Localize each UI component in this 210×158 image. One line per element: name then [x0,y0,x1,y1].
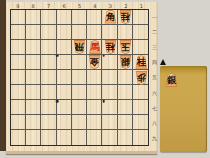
board-cell[interactable] [118,130,133,145]
board-cell[interactable] [26,70,41,85]
rank-label: 一 [151,9,158,24]
hoshi-dot-icon [56,54,59,57]
board-cell[interactable] [87,100,102,115]
board-cell[interactable] [133,85,148,100]
board-cell[interactable] [87,10,102,25]
board-cell[interactable] [72,100,87,115]
board-cell[interactable] [72,115,87,130]
board-cell[interactable] [41,25,56,40]
board-cell[interactable] [26,115,41,130]
board-cell[interactable] [26,130,41,145]
rank-labels: 一二三四五六七八九 [151,9,158,146]
board-cell[interactable] [72,70,87,85]
hoshi-dot-icon [102,100,105,103]
board-cell[interactable] [41,100,56,115]
board-cell[interactable] [133,130,148,145]
board-cell[interactable] [26,85,41,100]
board-cell[interactable] [87,130,102,145]
board-cell[interactable] [133,25,148,40]
board-cell[interactable] [41,10,56,25]
board-cell[interactable] [26,40,41,55]
board-cell[interactable] [72,85,87,100]
rank-label: 九 [151,131,158,146]
rank-label: 六 [151,85,158,100]
board-cell[interactable] [102,25,117,40]
file-label: 6 [56,3,71,9]
piece-kanji: 桂 [137,55,146,69]
piece-hand[interactable]: 銀 [165,73,178,87]
board-cell[interactable] [87,115,102,130]
board-cell[interactable] [11,55,26,70]
file-labels: 987654321 [10,3,149,9]
rank-label: 二 [151,24,158,39]
hoshi-dot-icon [102,54,105,57]
piece-kanji: 飛 [75,40,84,54]
piece-kanji: 桂 [106,40,115,54]
piece-kanji: 角 [106,10,115,24]
board-cell[interactable] [72,130,87,145]
piece-kanji: 桂 [121,10,130,24]
board-cell[interactable] [26,25,41,40]
rank-label: 五 [151,70,158,85]
board-cell[interactable] [57,55,72,70]
piece-kanji: 玉 [121,40,130,54]
board-cell[interactable] [11,70,26,85]
board-cell[interactable] [26,100,41,115]
board-cell[interactable] [72,55,87,70]
board-cell[interactable] [133,40,148,55]
board-cell[interactable] [41,130,56,145]
hoshi-dot-icon [56,100,59,103]
board-cell[interactable] [72,10,87,25]
board-cell[interactable] [87,85,102,100]
board-cell[interactable] [26,10,41,25]
board-cell[interactable] [87,25,102,40]
board-cell[interactable] [57,40,72,55]
file-label: 4 [87,3,102,9]
board-cell[interactable] [118,85,133,100]
board-cell[interactable] [11,25,26,40]
board-cell[interactable] [102,55,117,70]
file-label: 7 [41,3,56,9]
piece-kanji: 銀 [121,55,130,69]
board-cell[interactable] [57,70,72,85]
board-cell[interactable] [41,115,56,130]
file-label: 8 [25,3,40,9]
board-cell[interactable] [26,55,41,70]
board-cell[interactable] [11,40,26,55]
piece-kanji: 馬 [90,40,99,54]
board-cell[interactable] [72,25,87,40]
board-cell[interactable] [11,85,26,100]
board-cell[interactable] [41,85,56,100]
board-cell[interactable] [57,10,72,25]
board-cell[interactable] [118,100,133,115]
board-cell[interactable] [41,40,56,55]
file-label: 3 [103,3,118,9]
board-cell[interactable] [118,115,133,130]
board-cell[interactable] [57,100,72,115]
rank-label: 七 [151,100,158,115]
file-label: 2 [118,3,133,9]
file-label: 9 [10,3,25,9]
rank-label: 三 [151,39,158,54]
board-cell[interactable] [118,70,133,85]
board-cell[interactable] [11,115,26,130]
board-cell[interactable] [11,100,26,115]
piece-kanji: 銀 [167,73,176,87]
rank-label: 四 [151,55,158,70]
board-cell[interactable] [133,100,148,115]
hand-piece-tray: 銀 [160,66,207,152]
piece-kanji: 金 [90,55,99,69]
board-cell[interactable] [102,85,117,100]
board-cell[interactable] [41,55,56,70]
board-cell[interactable] [133,115,148,130]
board-cell[interactable] [11,10,26,25]
shogi-board: 987654321 一二三四五六七八九 角桂飛馬桂玉金銀桂歩 [6,2,157,154]
file-label: 1 [134,3,149,9]
piece-kanji: 歩 [137,71,146,85]
board-cell[interactable] [57,25,72,40]
board-cell[interactable] [57,85,72,100]
board-cell[interactable] [118,25,133,40]
shogi-diagram: 987654321 一二三四五六七八九 角桂飛馬桂玉金銀桂歩 銀 [0,0,210,158]
board-cell[interactable] [133,10,148,25]
board-cell[interactable] [11,130,26,145]
board-cell[interactable] [102,115,117,130]
board-cell[interactable] [57,115,72,130]
board-cell[interactable] [41,70,56,85]
sente-triangle-icon [160,59,166,65]
board-cell[interactable] [57,130,72,145]
board-cell[interactable] [102,130,117,145]
board-cell[interactable] [87,70,102,85]
rank-label: 八 [151,116,158,131]
board-cell[interactable] [102,70,117,85]
file-label: 5 [72,3,87,9]
board-grid [10,9,149,146]
